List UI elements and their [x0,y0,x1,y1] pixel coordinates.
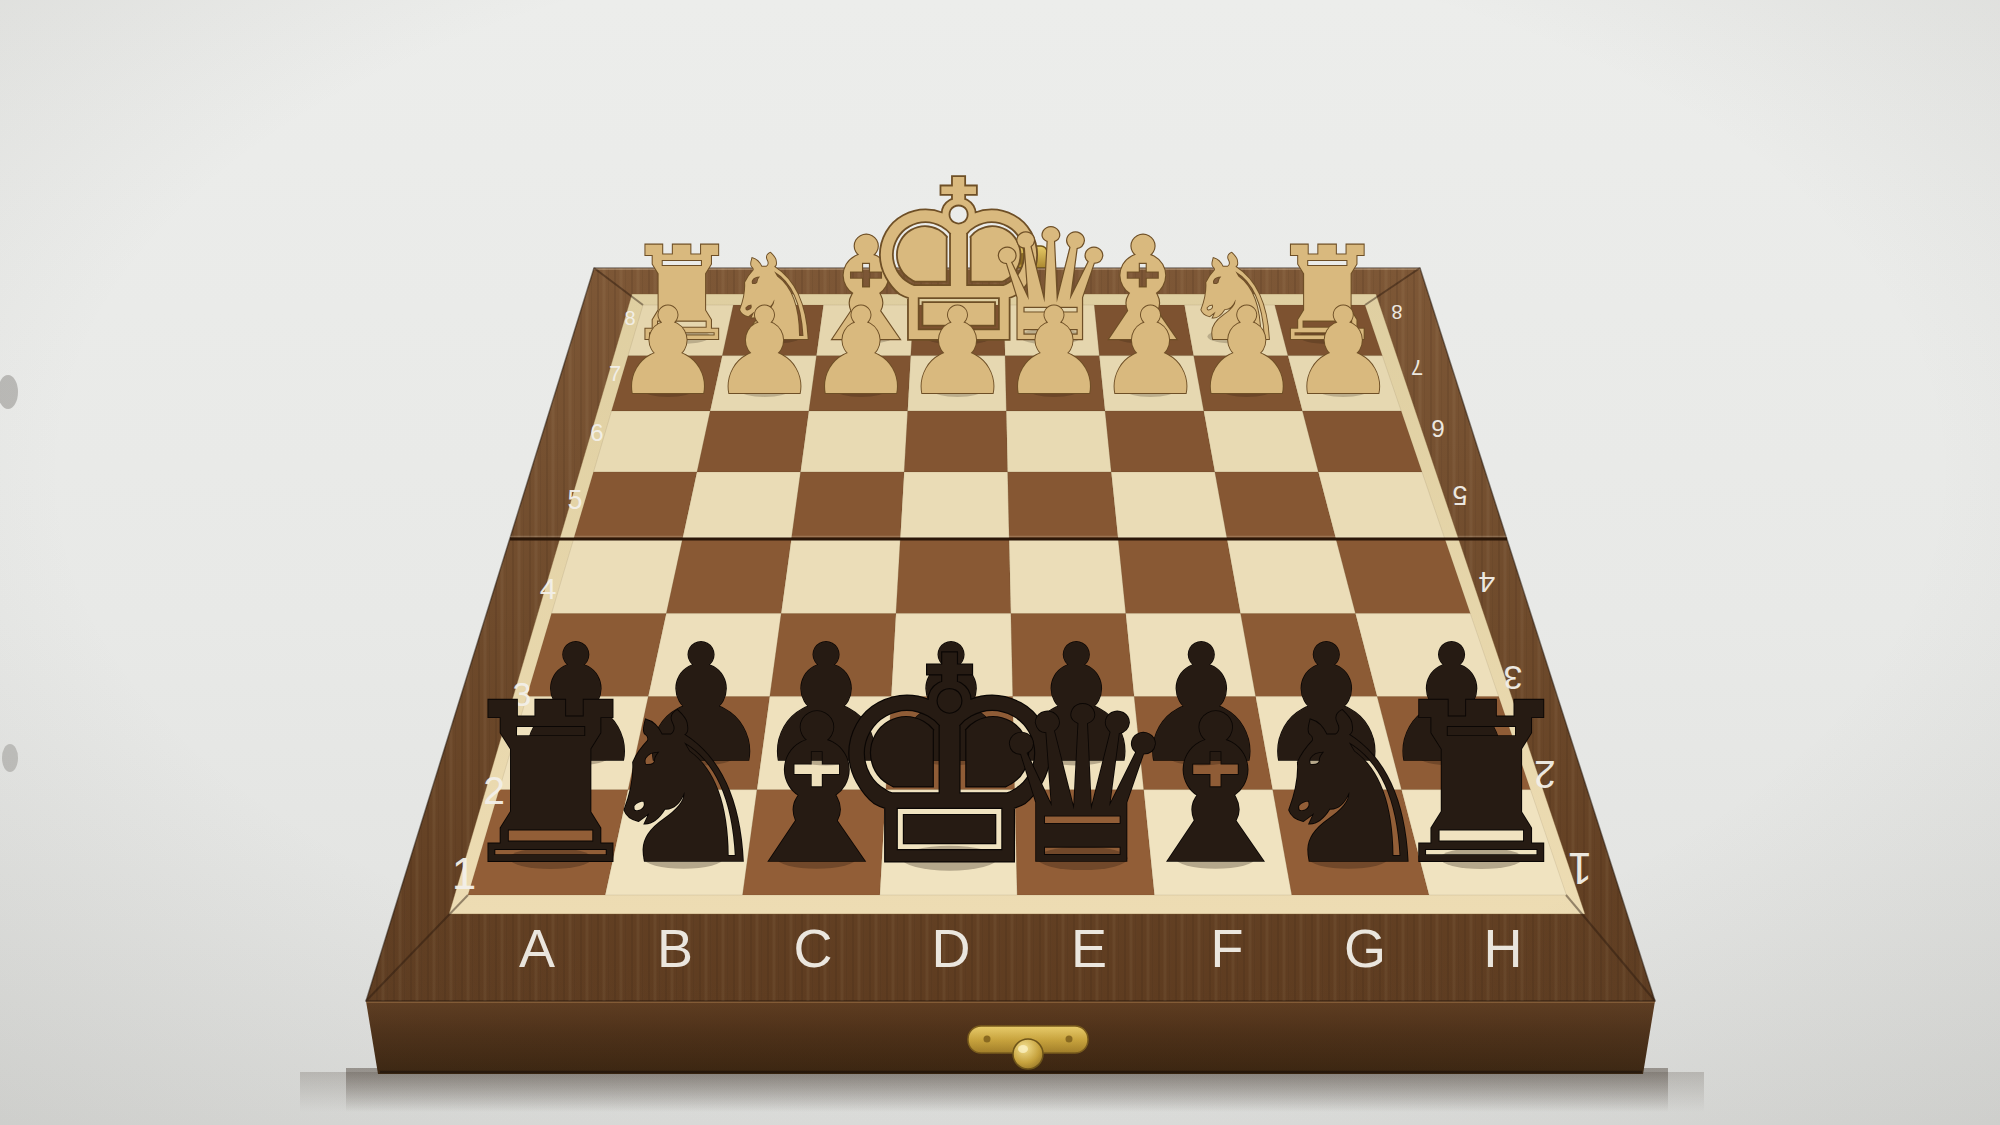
chess-set-photo: ABCDEFGH1122334455667788 ♜♞♝♚♛♝♞♜♟♟♟♟♟♟♟… [0,0,2000,1125]
folding-chessboard: ABCDEFGH1122334455667788 ♜♞♝♚♛♝♞♜♟♟♟♟♟♟♟… [0,0,2000,1125]
vignette-overlay [0,0,2000,1125]
